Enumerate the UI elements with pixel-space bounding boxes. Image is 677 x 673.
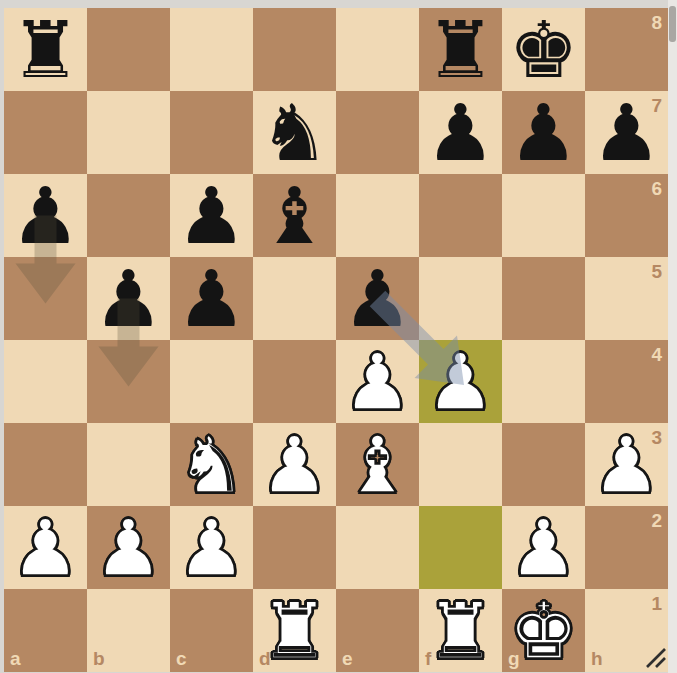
black-pawn-e5[interactable]: ♟ [336, 257, 419, 340]
square-b6[interactable] [87, 174, 170, 257]
square-c6[interactable]: ♟ [170, 174, 253, 257]
square-g7[interactable]: ♟ [502, 91, 585, 174]
black-pawn-h7[interactable]: ♟ [585, 91, 668, 174]
file-label-h: h [591, 649, 603, 668]
square-a4[interactable] [4, 340, 87, 423]
square-g2[interactable]: ♟ [502, 506, 585, 589]
square-f3[interactable] [419, 423, 502, 506]
white-king-g1[interactable]: ♚ [502, 589, 585, 672]
rank-label-6: 6 [651, 179, 662, 198]
scrollbar-track[interactable] [668, 0, 677, 673]
square-b7[interactable] [87, 91, 170, 174]
white-pawn-b2[interactable]: ♟ [87, 506, 170, 589]
square-b1[interactable]: b [87, 589, 170, 672]
square-e8[interactable] [336, 8, 419, 91]
square-d5[interactable] [253, 257, 336, 340]
square-h8[interactable]: 8 [585, 8, 668, 91]
white-pawn-h3[interactable]: ♟ [585, 423, 668, 506]
black-rook-a8[interactable]: ♜ [4, 8, 87, 91]
white-rook-d1[interactable]: ♜ [253, 589, 336, 672]
square-e5[interactable]: ♟ [336, 257, 419, 340]
black-pawn-a6[interactable]: ♟ [4, 174, 87, 257]
square-b5[interactable]: ♟ [87, 257, 170, 340]
black-knight-d7[interactable]: ♞ [253, 91, 336, 174]
square-d1[interactable]: d♜ [253, 589, 336, 672]
square-c8[interactable] [170, 8, 253, 91]
square-f8[interactable]: ♜ [419, 8, 502, 91]
rank-label-2: 2 [651, 511, 662, 530]
black-rook-f8[interactable]: ♜ [419, 8, 502, 91]
square-d6[interactable]: ♝ [253, 174, 336, 257]
square-a2[interactable]: ♟ [4, 506, 87, 589]
square-g1[interactable]: g♚ [502, 589, 585, 672]
square-c5[interactable]: ♟ [170, 257, 253, 340]
last-move-highlight-f2 [419, 506, 502, 589]
square-c4[interactable] [170, 340, 253, 423]
square-g8[interactable]: ♚ [502, 8, 585, 91]
black-king-g8[interactable]: ♚ [502, 8, 585, 91]
black-pawn-b5[interactable]: ♟ [87, 257, 170, 340]
square-f7[interactable]: ♟ [419, 91, 502, 174]
white-pawn-c2[interactable]: ♟ [170, 506, 253, 589]
black-pawn-c6[interactable]: ♟ [170, 174, 253, 257]
white-pawn-f4[interactable]: ♟ [419, 340, 502, 423]
square-b8[interactable] [87, 8, 170, 91]
chess-board: ♜♜♚8♞♟♟7♟♟♟♝6♟♟♟5♟♟4♞♟♝3♟♟♟♟♟2abcd♜ef♜g♚… [4, 8, 668, 672]
square-d2[interactable] [253, 506, 336, 589]
square-a6[interactable]: ♟ [4, 174, 87, 257]
white-bishop-e3[interactable]: ♝ [336, 423, 419, 506]
rank-label-8: 8 [651, 13, 662, 32]
white-pawn-e4[interactable]: ♟ [336, 340, 419, 423]
square-c7[interactable] [170, 91, 253, 174]
scrollbar-thumb[interactable] [669, 6, 676, 42]
square-d8[interactable] [253, 8, 336, 91]
square-e3[interactable]: ♝ [336, 423, 419, 506]
square-b2[interactable]: ♟ [87, 506, 170, 589]
white-rook-f1[interactable]: ♜ [419, 589, 502, 672]
square-f6[interactable] [419, 174, 502, 257]
square-a1[interactable]: a [4, 589, 87, 672]
square-c2[interactable]: ♟ [170, 506, 253, 589]
rank-label-4: 4 [651, 345, 662, 364]
square-h5[interactable]: 5 [585, 257, 668, 340]
file-label-e: e [342, 649, 353, 668]
square-e1[interactable]: e [336, 589, 419, 672]
square-a3[interactable] [4, 423, 87, 506]
square-h6[interactable]: 6 [585, 174, 668, 257]
square-g3[interactable] [502, 423, 585, 506]
square-c3[interactable]: ♞ [170, 423, 253, 506]
square-h3[interactable]: 3♟ [585, 423, 668, 506]
square-h7[interactable]: 7♟ [585, 91, 668, 174]
file-label-a: a [10, 649, 21, 668]
square-a5[interactable] [4, 257, 87, 340]
white-pawn-g2[interactable]: ♟ [502, 506, 585, 589]
square-d3[interactable]: ♟ [253, 423, 336, 506]
black-pawn-c5[interactable]: ♟ [170, 257, 253, 340]
square-f1[interactable]: f♜ [419, 589, 502, 672]
square-a7[interactable] [4, 91, 87, 174]
square-e7[interactable] [336, 91, 419, 174]
square-g6[interactable] [502, 174, 585, 257]
square-b3[interactable] [87, 423, 170, 506]
black-pawn-g7[interactable]: ♟ [502, 91, 585, 174]
resize-handle-icon[interactable] [644, 646, 666, 668]
black-pawn-f7[interactable]: ♟ [419, 91, 502, 174]
square-g5[interactable] [502, 257, 585, 340]
white-pawn-a2[interactable]: ♟ [4, 506, 87, 589]
square-f5[interactable] [419, 257, 502, 340]
square-g4[interactable] [502, 340, 585, 423]
white-knight-c3[interactable]: ♞ [170, 423, 253, 506]
square-d4[interactable] [253, 340, 336, 423]
square-h4[interactable]: 4 [585, 340, 668, 423]
square-b4[interactable] [87, 340, 170, 423]
black-bishop-d6[interactable]: ♝ [253, 174, 336, 257]
file-label-c: c [176, 649, 187, 668]
rank-label-1: 1 [651, 594, 662, 613]
square-e4[interactable]: ♟ [336, 340, 419, 423]
rank-label-5: 5 [651, 262, 662, 281]
chess-board-container: ♜♜♚8♞♟♟7♟♟♟♝6♟♟♟5♟♟4♞♟♝3♟♟♟♟♟2abcd♜ef♜g♚… [4, 8, 668, 672]
square-f4[interactable]: ♟ [419, 340, 502, 423]
square-a8[interactable]: ♜ [4, 8, 87, 91]
white-pawn-d3[interactable]: ♟ [253, 423, 336, 506]
square-e2[interactable] [336, 506, 419, 589]
square-h2[interactable]: 2 [585, 506, 668, 589]
square-e6[interactable] [336, 174, 419, 257]
file-label-b: b [93, 649, 105, 668]
square-c1[interactable]: c [170, 589, 253, 672]
square-d7[interactable]: ♞ [253, 91, 336, 174]
square-f2[interactable] [419, 506, 502, 589]
